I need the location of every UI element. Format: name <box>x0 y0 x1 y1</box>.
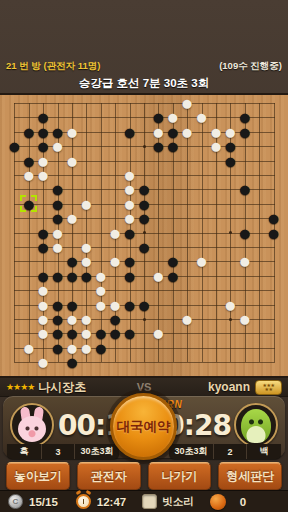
white-color-label: 백 <box>247 444 281 459</box>
star-point <box>56 231 59 234</box>
board-gridline <box>216 103 217 362</box>
white-player-name: kyoann <box>208 380 250 394</box>
white-rating-badge[interactable]: ★★★ ★★ <box>255 380 282 395</box>
board-gridline <box>187 103 188 362</box>
white-byoyomi-left: 2 <box>214 444 247 459</box>
star-point <box>229 318 232 321</box>
white-byoyomi-rule: 30초3회 <box>169 444 214 459</box>
star-point <box>229 145 232 148</box>
board-gridline <box>14 290 274 291</box>
board-gridline <box>14 362 274 363</box>
ball-count: 0 <box>240 496 246 508</box>
star-point <box>229 231 232 234</box>
move-progress: (109수 진행중) <box>219 60 282 73</box>
score-estimate-button[interactable]: 형세판단 <box>218 462 282 490</box>
black-player-name: 나시장초 <box>38 379 86 396</box>
board-gridline <box>202 103 203 362</box>
star-point <box>143 231 146 234</box>
alarm-clock-icon <box>76 494 91 509</box>
black-byoyomi-rule: 30초3회 <box>75 444 119 459</box>
black-avatar <box>10 403 54 447</box>
board-gridline <box>14 348 274 349</box>
board-gridline <box>259 103 260 362</box>
snake-icon <box>241 409 271 443</box>
board-gridline <box>14 333 274 334</box>
white-stats-strip: 30초3회 2 백 <box>169 444 281 459</box>
black-color-label: 흑 <box>7 444 42 459</box>
black-byoyomi-left: 3 <box>42 444 75 459</box>
coin-count: 15/15 <box>29 496 58 508</box>
game-reserve-button[interactable]: 대국예약 <box>110 393 177 460</box>
go-board[interactable]: ●●●●●●●●●●●●●●●●●●●●●●●●●●●●●●●●●●●●●●●●… <box>0 93 288 378</box>
clock-time: 12:47 <box>97 496 126 508</box>
board-gridline <box>245 103 246 362</box>
coin-icon: C <box>8 494 23 509</box>
action-buttons-row: 놓아보기 관전자 나가기 형세판단 <box>0 462 288 490</box>
board-gridline <box>14 261 274 262</box>
star-point <box>56 318 59 321</box>
star-point <box>143 145 146 148</box>
leave-button[interactable]: 나가기 <box>148 462 212 490</box>
app-screen: 21 번 방 (관전자 11명) (109수 진행중) 승강급 호선 7분 30… <box>0 0 288 512</box>
last-move-marker <box>20 195 37 212</box>
board-gridline <box>14 305 274 306</box>
orange-ball-icon <box>210 494 226 510</box>
white-player-info: kyoann ★★★ ★★ <box>151 380 282 395</box>
black-rating-stars-icon: ★★★★ <box>6 382 34 392</box>
rain-sound-label: 빗소리 <box>162 495 194 509</box>
vs-label: VS <box>137 381 152 393</box>
board-gridline <box>158 103 159 362</box>
star-point <box>56 145 59 148</box>
match-title-bar: 승강급 호선 7분 30초 3회 <box>0 74 288 93</box>
board-gridline <box>14 276 274 277</box>
room-info-bar: 21 번 방 (관전자 11명) (109수 진행중) <box>0 58 288 75</box>
board-gridline <box>274 103 275 362</box>
board-gridline <box>173 103 174 362</box>
board-gridline <box>14 247 274 248</box>
spectators-button[interactable]: 관전자 <box>77 462 141 490</box>
rain-sound-checkbox[interactable] <box>142 494 157 509</box>
badge-stars-bottom: ★★ <box>265 387 273 391</box>
black-stats-strip: 흑 3 30초3회 <box>7 444 119 459</box>
match-title: 승강급 호선 7분 30초 3회 <box>79 76 209 91</box>
star-point <box>143 318 146 321</box>
bottom-status-bar: C 15/15 12:47 빗소리 0 <box>0 490 288 512</box>
room-name: 21 번 방 (관전자 11명) <box>6 60 101 73</box>
try-move-button[interactable]: 놓아보기 <box>6 462 70 490</box>
white-avatar <box>234 403 278 447</box>
black-player-info: ★★★★ 나시장초 <box>6 379 137 396</box>
